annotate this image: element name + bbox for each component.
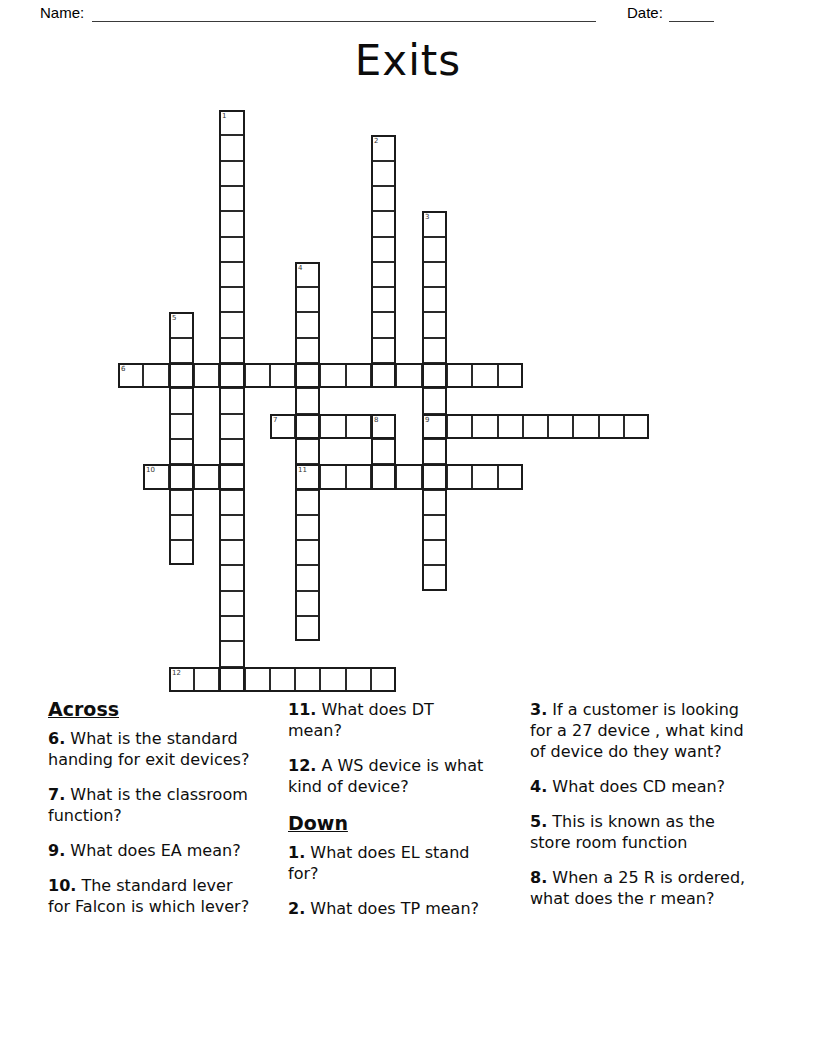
grid-cell[interactable] bbox=[422, 515, 447, 540]
grid-cell[interactable] bbox=[472, 363, 498, 388]
grid-cell[interactable] bbox=[219, 338, 245, 363]
clue-text: This is known as the store room function bbox=[530, 812, 715, 852]
grid-cell[interactable] bbox=[169, 312, 194, 338]
grid-cell[interactable] bbox=[194, 464, 219, 490]
grid-cell[interactable] bbox=[143, 363, 169, 388]
grid-cell[interactable] bbox=[295, 388, 320, 414]
grid-cell[interactable] bbox=[371, 312, 396, 338]
grid-cell[interactable] bbox=[219, 237, 245, 262]
grid-cell[interactable] bbox=[219, 439, 245, 464]
clue-across-10: 10. The standard lever for Falcon is whi… bbox=[48, 876, 256, 918]
clue-number: 11. bbox=[288, 700, 316, 719]
grid-cell[interactable] bbox=[371, 338, 396, 363]
clue-across-6: 6. What is the standard handing for exit… bbox=[48, 729, 256, 771]
clue-text: When a 25 R is ordered, what does the r … bbox=[530, 868, 745, 908]
clue-number: 3. bbox=[530, 700, 547, 719]
grid-cell[interactable] bbox=[219, 262, 245, 287]
clue-down-4: 4. What does CD mean? bbox=[530, 777, 758, 798]
clue-number: 6. bbox=[48, 729, 65, 748]
clue-down-2: 2. What does TP mean? bbox=[288, 899, 488, 920]
clue-across-12: 12. A WS device is what kind of device? bbox=[288, 756, 488, 798]
grid-cell[interactable] bbox=[422, 540, 447, 565]
grid-cell[interactable] bbox=[270, 414, 295, 439]
clue-column-2: 11. What does DT mean?12. A WS device is… bbox=[288, 700, 488, 934]
grid-cell[interactable] bbox=[219, 616, 245, 641]
grid-cell[interactable] bbox=[194, 363, 219, 388]
grid-cell[interactable] bbox=[371, 464, 396, 490]
clue-text: What is the standard handing for exit de… bbox=[48, 729, 249, 769]
grid-cell[interactable] bbox=[219, 312, 245, 338]
across-heading: Across bbox=[48, 698, 256, 720]
grid-cell[interactable] bbox=[245, 363, 270, 388]
clue-text: What does EL stand for? bbox=[288, 843, 469, 883]
grid-cell[interactable] bbox=[219, 186, 245, 211]
clue-down-8: 8. When a 25 R is ordered, what does the… bbox=[530, 868, 758, 910]
grid-cell[interactable] bbox=[295, 515, 320, 540]
grid-cell[interactable] bbox=[169, 464, 194, 490]
grid-cell[interactable] bbox=[472, 464, 498, 490]
grid-cell[interactable] bbox=[624, 414, 649, 439]
grid-cell[interactable] bbox=[573, 414, 599, 439]
grid-cell[interactable] bbox=[219, 388, 245, 414]
grid-cell[interactable] bbox=[447, 464, 472, 490]
grid-cell[interactable] bbox=[498, 464, 523, 490]
grid-cell[interactable] bbox=[118, 363, 143, 388]
clue-text: If a customer is looking for a 27 device… bbox=[530, 700, 744, 761]
grid-cell[interactable] bbox=[472, 414, 498, 439]
crossword-grid: 123456789101112 bbox=[118, 110, 654, 696]
grid-cell[interactable] bbox=[295, 414, 320, 439]
clue-text: What is the classroom function? bbox=[48, 785, 248, 825]
grid-cell[interactable] bbox=[422, 262, 447, 287]
grid-cell[interactable] bbox=[219, 540, 245, 565]
grid-cell[interactable] bbox=[422, 464, 447, 490]
grid-cell[interactable] bbox=[498, 363, 523, 388]
down-heading: Down bbox=[288, 812, 488, 834]
grid-cell[interactable] bbox=[219, 591, 245, 616]
grid-cell[interactable] bbox=[219, 110, 245, 135]
clue-number: 4. bbox=[530, 777, 547, 796]
grid-cell[interactable] bbox=[295, 616, 320, 641]
puzzle-title: Exits bbox=[0, 36, 816, 85]
grid-cell[interactable] bbox=[295, 287, 320, 312]
grid-cell[interactable] bbox=[371, 363, 396, 388]
clue-column-1: Across6. What is the standard handing fo… bbox=[48, 698, 256, 932]
grid-cell[interactable] bbox=[422, 237, 447, 262]
grid-cell[interactable] bbox=[219, 565, 245, 591]
grid-cell[interactable] bbox=[219, 414, 245, 439]
grid-cell[interactable] bbox=[295, 464, 320, 490]
grid-cell[interactable] bbox=[371, 186, 396, 211]
grid-cell[interactable] bbox=[295, 591, 320, 616]
clue-number: 2. bbox=[288, 899, 305, 918]
grid-cell[interactable] bbox=[320, 464, 346, 490]
grid-cell[interactable] bbox=[295, 363, 320, 388]
date-blank-line bbox=[669, 21, 714, 22]
grid-cell[interactable] bbox=[295, 667, 320, 692]
grid-cell[interactable] bbox=[422, 312, 447, 338]
clue-number: 5. bbox=[530, 812, 547, 831]
grid-cell[interactable] bbox=[219, 287, 245, 312]
grid-cell[interactable] bbox=[346, 363, 371, 388]
grid-cell[interactable] bbox=[371, 211, 396, 237]
clue-number: 10. bbox=[48, 876, 76, 895]
grid-cell[interactable] bbox=[422, 363, 447, 388]
grid-cell[interactable] bbox=[295, 439, 320, 464]
clue-across-11: 11. What does DT mean? bbox=[288, 700, 488, 742]
clue-number: 7. bbox=[48, 785, 65, 804]
grid-cell[interactable] bbox=[422, 388, 447, 414]
grid-cell[interactable] bbox=[523, 414, 548, 439]
grid-cell[interactable] bbox=[447, 363, 472, 388]
grid-cell[interactable] bbox=[371, 262, 396, 287]
grid-cell[interactable] bbox=[219, 490, 245, 515]
grid-cell[interactable] bbox=[169, 414, 194, 439]
grid-cell[interactable] bbox=[194, 667, 219, 692]
grid-cell[interactable] bbox=[295, 312, 320, 338]
grid-cell[interactable] bbox=[245, 667, 270, 692]
grid-cell[interactable] bbox=[422, 338, 447, 363]
clue-text: A WS device is what kind of device? bbox=[288, 756, 483, 796]
grid-cell[interactable] bbox=[169, 490, 194, 515]
grid-cell[interactable] bbox=[169, 540, 194, 565]
grid-cell[interactable] bbox=[346, 667, 371, 692]
grid-cell[interactable] bbox=[169, 338, 194, 363]
grid-cell[interactable] bbox=[295, 565, 320, 591]
clue-column-3: 3. If a customer is looking for a 27 dev… bbox=[530, 700, 758, 924]
grid-cell[interactable] bbox=[219, 515, 245, 540]
grid-cell[interactable] bbox=[219, 464, 245, 490]
grid-cell[interactable] bbox=[169, 439, 194, 464]
grid-cell[interactable] bbox=[320, 667, 346, 692]
grid-cell[interactable] bbox=[371, 667, 396, 692]
grid-cell[interactable] bbox=[422, 414, 447, 439]
grid-cell[interactable] bbox=[270, 667, 295, 692]
grid-cell[interactable] bbox=[295, 540, 320, 565]
clue-text: What does CD mean? bbox=[547, 777, 725, 796]
grid-cell[interactable] bbox=[320, 414, 346, 439]
clue-text: What does EA mean? bbox=[65, 841, 240, 860]
clue-down-5: 5. This is known as the store room funct… bbox=[530, 812, 758, 854]
clue-number: 9. bbox=[48, 841, 65, 860]
name-blank-line bbox=[92, 21, 596, 22]
grid-cell[interactable] bbox=[447, 414, 472, 439]
grid-cell[interactable] bbox=[371, 439, 396, 464]
clue-number: 12. bbox=[288, 756, 316, 775]
grid-cell[interactable] bbox=[295, 490, 320, 515]
grid-cell[interactable] bbox=[422, 211, 447, 237]
grid-cell[interactable] bbox=[219, 135, 245, 161]
worksheet-page: Name: Date: Exits 123456789101112 Across… bbox=[0, 0, 816, 1056]
grid-cell[interactable] bbox=[599, 414, 624, 439]
grid-cell[interactable] bbox=[219, 161, 245, 186]
clue-across-7: 7. What is the classroom function? bbox=[48, 785, 256, 827]
clue-number: 1. bbox=[288, 843, 305, 862]
grid-cell[interactable] bbox=[219, 641, 245, 667]
grid-cell[interactable] bbox=[143, 464, 169, 490]
grid-cell[interactable] bbox=[346, 414, 371, 439]
grid-cell[interactable] bbox=[548, 414, 573, 439]
date-label: Date: bbox=[627, 4, 663, 21]
grid-cell[interactable] bbox=[346, 464, 371, 490]
grid-cell[interactable] bbox=[422, 490, 447, 515]
grid-cell[interactable] bbox=[371, 414, 396, 439]
grid-cell[interactable] bbox=[219, 363, 245, 388]
grid-cell[interactable] bbox=[422, 439, 447, 464]
grid-cell[interactable] bbox=[371, 237, 396, 262]
grid-cell[interactable] bbox=[219, 211, 245, 237]
clue-number: 8. bbox=[530, 868, 547, 887]
clue-down-1: 1. What does EL stand for? bbox=[288, 843, 488, 885]
name-label: Name: bbox=[40, 4, 84, 21]
grid-cell[interactable] bbox=[169, 667, 194, 692]
grid-cell[interactable] bbox=[371, 287, 396, 312]
grid-cell[interactable] bbox=[219, 667, 245, 692]
grid-cell[interactable] bbox=[371, 161, 396, 186]
grid-cell[interactable] bbox=[169, 515, 194, 540]
grid-cell[interactable] bbox=[396, 464, 422, 490]
grid-cell[interactable] bbox=[422, 287, 447, 312]
clue-text: The standard lever for Falcon is which l… bbox=[48, 876, 249, 916]
grid-cell[interactable] bbox=[295, 338, 320, 363]
grid-cell[interactable] bbox=[320, 363, 346, 388]
grid-cell[interactable] bbox=[498, 414, 523, 439]
grid-cell[interactable] bbox=[295, 262, 320, 287]
grid-cell[interactable] bbox=[371, 135, 396, 161]
clue-across-9: 9. What does EA mean? bbox=[48, 841, 256, 862]
grid-cell[interactable] bbox=[422, 565, 447, 591]
grid-cell[interactable] bbox=[169, 388, 194, 414]
clue-text: What does TP mean? bbox=[305, 899, 479, 918]
clue-down-3: 3. If a customer is looking for a 27 dev… bbox=[530, 700, 758, 763]
grid-cell[interactable] bbox=[169, 363, 194, 388]
grid-cell[interactable] bbox=[270, 363, 295, 388]
grid-cell[interactable] bbox=[396, 363, 422, 388]
